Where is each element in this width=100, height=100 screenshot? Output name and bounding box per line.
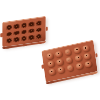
mold-bump	[55, 51, 62, 58]
mold-bump	[56, 58, 63, 65]
silicone-mold-back-side	[41, 40, 97, 83]
mold-cavity	[6, 24, 12, 30]
mold-cavity	[6, 38, 12, 44]
mold-bump	[84, 61, 91, 68]
mold-edge-tab	[90, 72, 94, 75]
mold-cavity	[21, 36, 27, 42]
mold-cavity	[21, 29, 27, 35]
mold-edge-tab	[95, 53, 98, 57]
mold-bump	[75, 63, 82, 70]
mold-cavity	[36, 27, 42, 33]
mold-cavity	[13, 23, 19, 29]
mold-bump	[83, 53, 90, 60]
mold-edge-tab	[38, 41, 42, 44]
mold-bump	[73, 47, 80, 54]
mold-cavity	[13, 37, 19, 43]
mold-bump	[82, 45, 89, 52]
mold-edge-tab	[6, 46, 10, 49]
mold-cavity	[21, 22, 27, 28]
mold-bump	[64, 49, 71, 56]
mold-cavity	[36, 34, 42, 40]
mold-edge-tab	[23, 43, 27, 46]
mold-bump	[57, 66, 64, 73]
mold-cavity	[28, 28, 34, 34]
mold-bump	[46, 52, 53, 59]
mold-bump	[66, 64, 73, 71]
mold-cavity	[6, 31, 12, 37]
mold-cavity	[28, 21, 34, 27]
mold-edge-tab	[50, 80, 54, 83]
mold-edge-tab	[0, 33, 2, 37]
mold-cavity	[28, 35, 34, 41]
silicone-mold-cavity-side	[2, 16, 46, 47]
mold-bump	[65, 57, 72, 64]
mold-bump	[74, 55, 81, 62]
bump-grid	[45, 43, 93, 76]
product-photo	[0, 0, 100, 100]
mold-edge-tab	[41, 64, 44, 68]
mold-cavity	[13, 30, 19, 36]
mold-bump	[47, 60, 54, 67]
mold-cavity	[36, 20, 42, 26]
cavity-grid	[5, 19, 43, 44]
mold-edge-tab	[45, 27, 47, 31]
mold-bump	[48, 68, 55, 75]
